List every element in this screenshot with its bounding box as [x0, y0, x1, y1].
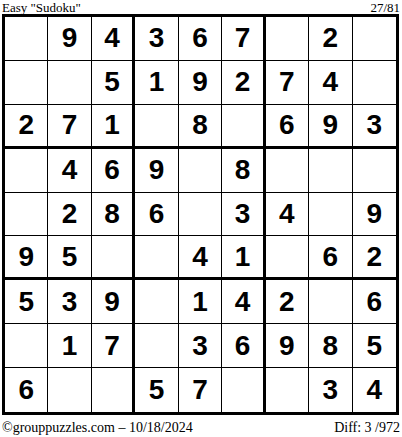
cell-r9c9[interactable]: 4 — [353, 368, 396, 412]
cell-r1c6[interactable]: 7 — [222, 17, 265, 61]
cell-r7c9[interactable]: 6 — [353, 280, 396, 324]
cell-r7c5[interactable]: 1 — [179, 280, 222, 324]
cell-r3c3[interactable]: 1 — [92, 105, 135, 149]
cell-r1c5[interactable]: 6 — [179, 17, 222, 61]
cell-r4c6[interactable]: 8 — [222, 149, 265, 193]
cell-r2c8[interactable]: 4 — [309, 61, 352, 105]
cell-r9c5[interactable]: 7 — [179, 368, 222, 412]
cell-r1c1[interactable] — [5, 17, 48, 61]
cell-r9c2[interactable] — [48, 368, 91, 412]
cell-r7c7[interactable]: 2 — [266, 280, 309, 324]
cell-r9c4[interactable]: 5 — [135, 368, 178, 412]
cell-r2c6[interactable]: 2 — [222, 61, 265, 105]
cell-r4c1[interactable] — [5, 149, 48, 193]
puzzle-title: Easy "Sudoku" — [2, 1, 81, 14]
cell-r4c8[interactable] — [309, 149, 352, 193]
cell-r6c8[interactable]: 6 — [309, 236, 352, 280]
cell-r7c6[interactable]: 4 — [222, 280, 265, 324]
cell-r6c1[interactable]: 9 — [5, 236, 48, 280]
cell-r8c9[interactable]: 5 — [353, 324, 396, 368]
cell-r3c7[interactable]: 6 — [266, 105, 309, 149]
cell-r5c1[interactable] — [5, 193, 48, 237]
cell-r9c7[interactable] — [266, 368, 309, 412]
cell-r1c2[interactable]: 9 — [48, 17, 91, 61]
cell-r3c1[interactable]: 2 — [5, 105, 48, 149]
cell-r8c7[interactable]: 9 — [266, 324, 309, 368]
cell-r4c7[interactable] — [266, 149, 309, 193]
cell-r5c3[interactable]: 8 — [92, 193, 135, 237]
cell-r8c8[interactable]: 8 — [309, 324, 352, 368]
cell-r2c3[interactable]: 5 — [92, 61, 135, 105]
cell-r4c5[interactable] — [179, 149, 222, 193]
sudoku-board: 9436725192742718693469828634995416253914… — [2, 14, 399, 415]
cell-r9c8[interactable]: 3 — [309, 368, 352, 412]
cell-r8c6[interactable]: 6 — [222, 324, 265, 368]
cell-r4c9[interactable] — [353, 149, 396, 193]
cell-r8c4[interactable] — [135, 324, 178, 368]
cell-r5c6[interactable]: 3 — [222, 193, 265, 237]
cell-r2c1[interactable] — [5, 61, 48, 105]
cell-r2c7[interactable]: 7 — [266, 61, 309, 105]
cell-r9c1[interactable]: 6 — [5, 368, 48, 412]
cell-r4c2[interactable]: 4 — [48, 149, 91, 193]
cell-r6c9[interactable]: 2 — [353, 236, 396, 280]
cell-r5c9[interactable]: 9 — [353, 193, 396, 237]
cell-r7c4[interactable] — [135, 280, 178, 324]
cell-r3c2[interactable]: 7 — [48, 105, 91, 149]
cell-r1c4[interactable]: 3 — [135, 17, 178, 61]
header-bar: Easy "Sudoku" 27/81 — [2, 0, 400, 14]
cell-r3c6[interactable] — [222, 105, 265, 149]
empty-cell-counter: 27/81 — [370, 1, 400, 14]
difficulty-label: Diff: 3 /972 — [334, 420, 400, 435]
cell-r6c6[interactable]: 1 — [222, 236, 265, 280]
cell-r2c2[interactable] — [48, 61, 91, 105]
cell-r6c5[interactable]: 4 — [179, 236, 222, 280]
footer-bar: ©grouppuzzles.com – 10/18/2024 Diff: 3 /… — [2, 418, 400, 435]
cell-r6c7[interactable] — [266, 236, 309, 280]
cell-r1c9[interactable] — [353, 17, 396, 61]
cell-r7c3[interactable]: 9 — [92, 280, 135, 324]
cell-r7c8[interactable] — [309, 280, 352, 324]
cell-r7c1[interactable]: 5 — [5, 280, 48, 324]
cell-r9c3[interactable] — [92, 368, 135, 412]
cell-r8c3[interactable]: 7 — [92, 324, 135, 368]
cell-r5c4[interactable]: 6 — [135, 193, 178, 237]
cell-r4c3[interactable]: 6 — [92, 149, 135, 193]
cell-r4c4[interactable]: 9 — [135, 149, 178, 193]
cell-r8c5[interactable]: 3 — [179, 324, 222, 368]
cell-r3c8[interactable]: 9 — [309, 105, 352, 149]
cell-r1c7[interactable] — [266, 17, 309, 61]
cell-r6c2[interactable]: 5 — [48, 236, 91, 280]
cell-r2c4[interactable]: 1 — [135, 61, 178, 105]
cell-r5c8[interactable] — [309, 193, 352, 237]
cell-r1c8[interactable]: 2 — [309, 17, 352, 61]
cell-r2c5[interactable]: 9 — [179, 61, 222, 105]
cell-r2c9[interactable] — [353, 61, 396, 105]
cell-r8c2[interactable]: 1 — [48, 324, 91, 368]
cell-r6c4[interactable] — [135, 236, 178, 280]
cell-r3c9[interactable]: 3 — [353, 105, 396, 149]
cell-r7c2[interactable]: 3 — [48, 280, 91, 324]
cell-r5c2[interactable]: 2 — [48, 193, 91, 237]
cell-r3c4[interactable] — [135, 105, 178, 149]
copyright-date: ©grouppuzzles.com – 10/18/2024 — [2, 420, 193, 435]
cell-r8c1[interactable] — [5, 324, 48, 368]
cell-r9c6[interactable] — [222, 368, 265, 412]
cell-r5c7[interactable]: 4 — [266, 193, 309, 237]
cell-r6c3[interactable] — [92, 236, 135, 280]
cell-r3c5[interactable]: 8 — [179, 105, 222, 149]
cell-r1c3[interactable]: 4 — [92, 17, 135, 61]
cell-r5c5[interactable] — [179, 193, 222, 237]
